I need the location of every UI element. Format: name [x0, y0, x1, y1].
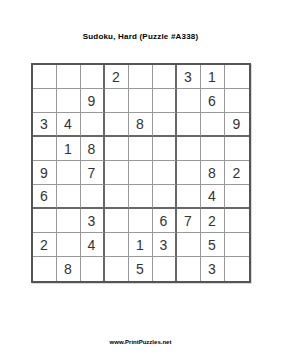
cell-r2c4[interactable]: [105, 89, 129, 113]
cell-r1c5[interactable]: [129, 65, 153, 89]
cell-r6c9[interactable]: [225, 185, 249, 209]
cell-r1c4[interactable]: 2: [105, 65, 129, 89]
cell-r9c5[interactable]: 5: [129, 257, 153, 281]
cell-r3c5[interactable]: 8: [129, 113, 153, 137]
cell-r4c9[interactable]: [225, 137, 249, 161]
cell-r2c1[interactable]: [33, 89, 57, 113]
cell-r7c7[interactable]: 7: [177, 209, 201, 233]
cell-r4c7[interactable]: [177, 137, 201, 161]
cell-r1c1[interactable]: [33, 65, 57, 89]
cell-r7c4[interactable]: [105, 209, 129, 233]
cell-r4c5[interactable]: [129, 137, 153, 161]
cell-r8c2[interactable]: [57, 233, 81, 257]
cell-r9c8[interactable]: 3: [201, 257, 225, 281]
cell-r6c6[interactable]: [153, 185, 177, 209]
cell-r8c9[interactable]: [225, 233, 249, 257]
cell-r7c6[interactable]: 6: [153, 209, 177, 233]
cell-r2c8[interactable]: 6: [201, 89, 225, 113]
cell-r5c6[interactable]: [153, 161, 177, 185]
cell-r2c3[interactable]: 9: [81, 89, 105, 113]
cell-r5c2[interactable]: [57, 161, 81, 185]
cell-r5c7[interactable]: [177, 161, 201, 185]
cell-r9c7[interactable]: [177, 257, 201, 281]
cell-r5c4[interactable]: [105, 161, 129, 185]
cell-r1c8[interactable]: 1: [201, 65, 225, 89]
cell-r8c7[interactable]: [177, 233, 201, 257]
page-title: Sudoku, Hard (Puzzle #A338): [83, 32, 199, 41]
cell-r3c3[interactable]: [81, 113, 105, 137]
cell-r1c7[interactable]: 3: [177, 65, 201, 89]
cell-r6c5[interactable]: [129, 185, 153, 209]
cell-r5c5[interactable]: [129, 161, 153, 185]
cell-r2c7[interactable]: [177, 89, 201, 113]
cell-r5c8[interactable]: 8: [201, 161, 225, 185]
cell-r7c3[interactable]: 3: [81, 209, 105, 233]
cell-r7c1[interactable]: [33, 209, 57, 233]
cell-r8c1[interactable]: 2: [33, 233, 57, 257]
cell-r6c4[interactable]: [105, 185, 129, 209]
cell-r7c9[interactable]: [225, 209, 249, 233]
cell-r2c9[interactable]: [225, 89, 249, 113]
cell-r3c1[interactable]: 3: [33, 113, 57, 137]
cell-r4c1[interactable]: [33, 137, 57, 161]
cell-r3c8[interactable]: [201, 113, 225, 137]
cell-r3c2[interactable]: 4: [57, 113, 81, 137]
cell-r7c8[interactable]: 2: [201, 209, 225, 233]
cell-r5c3[interactable]: 7: [81, 161, 105, 185]
cell-r9c6[interactable]: [153, 257, 177, 281]
cell-r6c2[interactable]: [57, 185, 81, 209]
cell-r6c8[interactable]: 4: [201, 185, 225, 209]
cell-r7c2[interactable]: [57, 209, 81, 233]
cell-r9c1[interactable]: [33, 257, 57, 281]
cell-r2c5[interactable]: [129, 89, 153, 113]
sudoku-grid: 23196348918978264367224135853: [31, 63, 251, 283]
cell-r4c8[interactable]: [201, 137, 225, 161]
cell-r1c2[interactable]: [57, 65, 81, 89]
cell-r3c4[interactable]: [105, 113, 129, 137]
cell-r4c2[interactable]: 1: [57, 137, 81, 161]
cell-r9c2[interactable]: 8: [57, 257, 81, 281]
cell-r8c3[interactable]: 4: [81, 233, 105, 257]
cell-r3c6[interactable]: [153, 113, 177, 137]
cell-r3c9[interactable]: 9: [225, 113, 249, 137]
cell-r7c5[interactable]: [129, 209, 153, 233]
cell-r8c5[interactable]: 1: [129, 233, 153, 257]
cell-r8c4[interactable]: [105, 233, 129, 257]
cell-r6c7[interactable]: [177, 185, 201, 209]
cell-r9c4[interactable]: [105, 257, 129, 281]
cell-r8c8[interactable]: 5: [201, 233, 225, 257]
cell-r5c9[interactable]: 2: [225, 161, 249, 185]
footer-url: www.PrintPuzzles.net: [110, 339, 172, 346]
cell-r6c3[interactable]: [81, 185, 105, 209]
cell-r8c6[interactable]: 3: [153, 233, 177, 257]
cell-r3c7[interactable]: [177, 113, 201, 137]
cell-r4c3[interactable]: 8: [81, 137, 105, 161]
cell-r2c2[interactable]: [57, 89, 81, 113]
cell-r4c4[interactable]: [105, 137, 129, 161]
cell-r1c9[interactable]: [225, 65, 249, 89]
cell-r4c6[interactable]: [153, 137, 177, 161]
cell-r1c3[interactable]: [81, 65, 105, 89]
cell-r1c6[interactable]: [153, 65, 177, 89]
cell-r2c6[interactable]: [153, 89, 177, 113]
cell-r9c3[interactable]: [81, 257, 105, 281]
cell-r5c1[interactable]: 9: [33, 161, 57, 185]
cell-r9c9[interactable]: [225, 257, 249, 281]
cell-r6c1[interactable]: 6: [33, 185, 57, 209]
